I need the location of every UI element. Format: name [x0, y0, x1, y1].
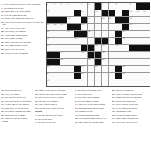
grid-cell[interactable]: 22 — [53, 24, 59, 31]
clue-text: Den for a mountain lion — [4, 14, 26, 16]
clue-text: Spread for warm toast — [115, 100, 135, 102]
grid-cell[interactable]: 43 — [47, 66, 53, 73]
clue-text: Not a single person — [4, 37, 22, 39]
black-cell — [47, 52, 53, 59]
grid-cell[interactable]: 42 — [102, 59, 108, 66]
grid-cell[interactable]: 27 — [67, 31, 73, 38]
grid-cell[interactable] — [122, 3, 128, 10]
clue-item: 47. Meal served in the evening — [35, 96, 72, 99]
grid-cell[interactable] — [67, 79, 73, 86]
clue-text: Fastener for sheets of paper — [37, 114, 62, 116]
black-cell — [136, 45, 142, 52]
clue-text: Not odd, as a number — [38, 100, 58, 102]
black-cell — [115, 73, 121, 80]
cell-number: 10 — [47, 10, 49, 12]
grid-cell[interactable]: 8 — [115, 3, 121, 10]
clue-text: Large deer of the north woods — [77, 103, 105, 105]
grid-cell[interactable] — [95, 17, 101, 24]
grid-cell[interactable]: 48 — [81, 73, 87, 80]
clue-text: Rise and fall of the sea — [4, 96, 25, 98]
down-clues-column-1: 4. Breakfast item from a hen5. Tiny picn… — [75, 89, 110, 149]
crossword-page: 1. Leafy salad green picked early in spr… — [0, 0, 150, 150]
grid-cell[interactable]: 17 — [88, 17, 94, 24]
clue-item: 12. Morning drops on the grass — [75, 107, 110, 110]
clue-item: 3. Not shut all the way — [35, 121, 72, 124]
clue-text: Opposite of old — [78, 110, 92, 112]
grid-cell[interactable] — [88, 24, 94, 31]
grid-cell[interactable] — [102, 73, 108, 80]
grid-cell[interactable]: 50 — [47, 79, 53, 86]
clue-item: 19. Small mat for wiping shoes — [75, 121, 110, 124]
clue-item: 24. Not a single person — [1, 37, 44, 40]
grid-cell[interactable] — [143, 38, 149, 45]
grid-cell[interactable]: 32 — [122, 38, 128, 45]
grid-cell[interactable]: 9 — [129, 3, 135, 10]
cell-number: 3 — [61, 3, 62, 5]
clue-item: 11. Den for a mountain lion — [1, 14, 44, 17]
black-cell — [74, 10, 80, 17]
grid-cell[interactable]: 5 — [81, 3, 87, 10]
cell-number: 41 — [88, 58, 90, 60]
clue-text: Take a seat at the table — [4, 27, 25, 29]
grid-cell[interactable] — [109, 52, 115, 59]
cell-number: 18 — [102, 17, 104, 19]
clue-item: 37. Fellow who is fully grown — [1, 103, 33, 106]
cell-number: 43 — [47, 65, 49, 67]
black-cell — [95, 38, 101, 45]
cell-number: 37 — [61, 51, 63, 53]
grid-cell[interactable] — [88, 66, 94, 73]
grid-cell[interactable]: 15 — [143, 10, 149, 17]
grid-cell[interactable]: 30 — [47, 38, 53, 45]
grid-cell[interactable]: 14 — [136, 10, 142, 17]
cell-number: 19 — [109, 17, 111, 19]
clue-text: Leafy salad green picked early in spring — [3, 3, 40, 5]
grid-cell[interactable] — [88, 73, 94, 80]
black-cell — [47, 59, 53, 66]
grid-cell[interactable] — [136, 73, 142, 80]
grid-cell[interactable]: 13 — [129, 10, 135, 17]
grid-cell[interactable] — [136, 79, 142, 86]
grid-cell[interactable] — [143, 79, 149, 86]
grid-cell[interactable] — [74, 45, 80, 52]
cell-number: 33 — [47, 44, 49, 46]
grid-cell[interactable] — [88, 38, 94, 45]
black-cell — [88, 45, 94, 52]
grid-cell[interactable]: 1 — [47, 3, 53, 10]
grid-cell[interactable]: 6 — [88, 3, 94, 10]
clue-item: 17. Take a seat at the table — [1, 27, 44, 30]
clue-text: Long tale told over many nights — [3, 117, 28, 122]
grid-cell[interactable] — [136, 31, 142, 38]
grid-cell[interactable] — [67, 45, 73, 52]
clue-item: 35. Very warm to the touch — [112, 107, 149, 110]
grid-cell[interactable] — [129, 73, 135, 80]
cell-number: 28 — [88, 30, 90, 32]
clue-item: 29. Spread for warm toast — [112, 100, 149, 103]
grid-cell[interactable]: 49 — [122, 73, 128, 80]
grid-cell[interactable]: 12 — [95, 10, 101, 17]
clue-text: Small mat for wiping shoes — [78, 121, 103, 123]
cell-number: 40 — [61, 58, 63, 60]
clue-item: 13. Sticky stuff found on a pine tree — [1, 17, 44, 20]
clue-item: 41. Honk from a passing car — [112, 117, 149, 120]
clue-item: 4. Breakfast item from a hen — [75, 89, 110, 92]
cell-number: 24 — [81, 23, 83, 25]
grid-cell[interactable]: 24 — [81, 24, 87, 31]
clue-item: 8. Bird that hoots at night — [75, 100, 110, 103]
clue-text: Step inside through the door — [4, 110, 30, 112]
clue-text: Very, very small — [4, 93, 19, 95]
cell-number: 11 — [81, 10, 83, 12]
grid-cell[interactable] — [122, 52, 128, 59]
grid-cell[interactable]: 35 — [102, 45, 108, 52]
grid-cell[interactable] — [143, 59, 149, 66]
grid-cell[interactable]: 20 — [129, 17, 135, 24]
grid-cell[interactable]: 39 — [102, 52, 108, 59]
clue-text: Fellow who is fully grown — [4, 103, 28, 105]
black-cell — [129, 45, 135, 52]
cell-number: 15 — [143, 10, 145, 12]
grid-cell[interactable] — [67, 66, 73, 73]
clue-text: Not shut all the way — [37, 121, 56, 123]
cell-number: 48 — [81, 72, 83, 74]
grid-cell[interactable] — [115, 10, 121, 17]
grid-cell[interactable] — [136, 52, 142, 59]
grid-cell[interactable]: 47 — [47, 73, 53, 80]
cell-number: 1 — [47, 3, 48, 5]
grid-cell[interactable]: 28 — [88, 31, 94, 38]
down-clues-column-2: 22. Big black farm bird23. Track a freig… — [112, 89, 149, 149]
grid-cell[interactable] — [109, 31, 115, 38]
cell-number: 32 — [123, 37, 125, 39]
cell-number: 26 — [47, 30, 49, 32]
cell-number: 9 — [130, 3, 131, 5]
black-cell — [122, 17, 128, 24]
grid-cell[interactable] — [74, 79, 80, 86]
clue-item: 2. Core of an apple — [35, 118, 72, 121]
grid-cell[interactable]: 40 — [60, 59, 66, 66]
cell-number: 38 — [81, 51, 83, 53]
clue-text: Line at the end of a race — [115, 121, 137, 123]
cell-number: 6 — [88, 3, 89, 5]
grid-cell[interactable] — [109, 38, 115, 45]
clue-item: 38. Cry heard from a sheep — [112, 114, 149, 117]
cell-number: 36 — [116, 44, 118, 46]
grid-cell[interactable] — [122, 45, 128, 52]
grid-cell[interactable] — [143, 73, 149, 80]
grid-cell[interactable]: 18 — [102, 17, 108, 24]
clue-text: Fat used in the frying pan — [4, 52, 28, 54]
black-cell — [143, 3, 149, 10]
black-cell — [74, 66, 80, 73]
down-section-header: Down — [35, 110, 72, 113]
grid-cell[interactable]: 23 — [60, 24, 66, 31]
grid-cell[interactable]: 41 — [88, 59, 94, 66]
cell-number: 29 — [123, 30, 125, 32]
cell-number: 7 — [102, 3, 103, 5]
grid-cell[interactable] — [53, 79, 59, 86]
grid-cell[interactable] — [60, 66, 66, 73]
grid-cell[interactable] — [67, 59, 73, 66]
clue-text: Big black farm bird — [115, 89, 133, 91]
grid-cell[interactable] — [122, 59, 128, 66]
cell-number: 34 — [95, 44, 97, 46]
grid-cell[interactable] — [136, 17, 142, 24]
clue-item: 25. Small rug placed by the door — [1, 41, 44, 44]
grid-cell[interactable]: 46 — [122, 66, 128, 73]
grid-cell[interactable] — [95, 24, 101, 31]
black-cell — [81, 45, 87, 52]
grid-cell[interactable]: 34 — [95, 45, 101, 52]
clue-text: Cover carried in the rain — [115, 103, 137, 105]
clue-text: Cry heard from a sheep — [115, 114, 137, 116]
black-cell — [95, 59, 101, 66]
cell-number: 20 — [130, 17, 132, 19]
clue-text: Taking one's time — [115, 110, 131, 112]
grid-cell[interactable] — [115, 52, 121, 59]
grid-cell[interactable] — [109, 3, 115, 10]
grid-cell[interactable] — [53, 31, 59, 38]
black-cell — [115, 31, 121, 38]
grid-cell[interactable] — [143, 31, 149, 38]
grid-cell[interactable]: 3 — [60, 3, 66, 10]
grid-cell[interactable]: 38 — [81, 52, 87, 59]
clue-text: Take a quick look at — [38, 103, 57, 105]
clue-item: 7. Not as much as before — [1, 7, 44, 10]
clue-text: Spoon used for serving soup — [115, 96, 141, 98]
clue-item: 45. Line at the end of a race — [112, 121, 149, 124]
grid-cell[interactable]: 25 — [129, 24, 135, 31]
grid-cell[interactable] — [102, 66, 108, 73]
black-cell — [115, 17, 121, 24]
clue-item: 22. Big black farm bird — [112, 89, 149, 92]
black-cell — [95, 3, 101, 10]
cell-number: 2 — [54, 3, 55, 5]
grid-cell[interactable]: 16 — [67, 17, 73, 24]
grid-cell[interactable] — [67, 10, 73, 17]
grid-cell[interactable] — [53, 38, 59, 45]
grid-cell[interactable] — [122, 79, 128, 86]
grid-cell[interactable] — [95, 79, 101, 86]
grid-cell[interactable] — [109, 24, 115, 31]
cell-number: 8 — [116, 3, 117, 5]
clue-text: Very warm to the touch — [115, 107, 137, 109]
black-cell — [53, 17, 59, 24]
clue-item: 36. Taking one's time — [112, 110, 149, 113]
clue-text: Tiny picnic pest — [77, 93, 92, 95]
grid-cell[interactable] — [67, 52, 73, 59]
grid-cell[interactable] — [53, 45, 59, 52]
grid-cell[interactable] — [136, 66, 142, 73]
clue-text: Beam of morning light — [78, 114, 99, 116]
grid-cell[interactable]: 36 — [115, 45, 121, 52]
cell-number: 39 — [102, 51, 104, 53]
cell-number: 27 — [67, 30, 69, 32]
grid-cell[interactable] — [60, 79, 66, 86]
grid-cell[interactable] — [60, 10, 66, 17]
grid-cell[interactable] — [74, 59, 80, 66]
clue-text: Track a freight train rides on — [115, 93, 141, 95]
grid-cell[interactable] — [129, 31, 135, 38]
across-clues-column-1: 1. Leafy salad green picked early in spr… — [1, 3, 44, 87]
grid-cell[interactable] — [53, 73, 59, 80]
clue-text: Straw hat material — [4, 89, 21, 91]
clue-item: 46. Frozen water on a winter pond — [35, 93, 72, 96]
cell-number: 21 — [47, 23, 49, 25]
grid-cell[interactable]: 4 — [67, 3, 73, 10]
grid-cell[interactable]: 45 — [95, 66, 101, 73]
grid-cell[interactable] — [102, 24, 108, 31]
grid-cell[interactable] — [60, 38, 66, 45]
clue-text: Quick little bite to eat — [4, 48, 24, 50]
grid-cell[interactable] — [81, 79, 87, 86]
cell-number: 14 — [136, 10, 138, 12]
cell-number: 31 — [74, 37, 76, 39]
grid-cell[interactable] — [143, 66, 149, 73]
grid-cell[interactable] — [109, 59, 115, 66]
black-cell — [102, 10, 108, 17]
grid-cell[interactable] — [115, 24, 121, 31]
black-cell — [102, 38, 108, 45]
grid-cell[interactable]: 37 — [60, 52, 66, 59]
grid-cell[interactable] — [74, 3, 80, 10]
grid-cell[interactable] — [60, 45, 66, 52]
clue-text: Bird that hoots at night — [77, 100, 98, 102]
black-cell — [74, 24, 80, 31]
grid-cell[interactable] — [115, 79, 121, 86]
clue-item: 9. Large deer of the north woods — [75, 103, 110, 106]
black-cell — [74, 31, 80, 38]
grid-cell[interactable] — [109, 79, 115, 86]
cell-number: 4 — [67, 3, 68, 5]
grid-cell[interactable] — [88, 79, 94, 86]
grid-cell[interactable] — [95, 31, 101, 38]
grid-cell[interactable]: 44 — [81, 66, 87, 73]
clue-item: 40. Step inside through the door — [1, 110, 33, 113]
clue-text: Wide open, as a mouth — [4, 30, 25, 32]
grid-cell[interactable]: 31 — [74, 38, 80, 45]
clue-item: 32. Very, very small — [1, 93, 33, 96]
clue-text: Deep hole in the ground — [77, 96, 99, 98]
across-clues-column-3-and-down-start: 44. Home a bird builds in spring46. Froz… — [35, 89, 72, 149]
cell-number: 44 — [81, 65, 83, 67]
grid-cell[interactable] — [88, 10, 94, 17]
grid-cell[interactable] — [129, 79, 135, 86]
black-cell — [115, 38, 121, 45]
grid-cell[interactable] — [53, 66, 59, 73]
grid-cell[interactable] — [129, 38, 135, 45]
clue-item: 23. Track a freight train rides on — [112, 93, 149, 96]
clue-text: Pull along behind a truck — [4, 44, 27, 46]
grid-cell[interactable] — [109, 66, 115, 73]
clue-item: 27. Spoon used for serving soup — [112, 96, 149, 99]
grid-cell[interactable] — [136, 38, 142, 45]
clue-text: Honk from a passing car — [115, 117, 138, 119]
grid-cell[interactable] — [67, 38, 73, 45]
grid-cell[interactable]: 21 — [47, 24, 53, 31]
grid-cell[interactable] — [102, 79, 108, 86]
grid-cell[interactable]: 11 — [81, 10, 87, 17]
cell-number: 25 — [130, 23, 132, 25]
grid-cell[interactable]: 33 — [47, 45, 53, 52]
clue-text: Hot drink poured at breakfast — [4, 100, 31, 102]
grid-cell[interactable]: 10 — [47, 10, 53, 17]
grid-cell[interactable] — [129, 52, 135, 59]
clue-item: 33. Rise and fall of the sea — [1, 96, 33, 99]
grid-cell[interactable]: 29 — [122, 31, 128, 38]
clue-text: Frozen water on a winter pond — [38, 93, 66, 95]
black-cell — [122, 10, 128, 17]
grid-cell[interactable] — [136, 24, 142, 31]
cell-number: 45 — [95, 65, 97, 67]
crossword-grid: 1234567891011121314151617181920212223242… — [46, 2, 151, 87]
grid-cell[interactable] — [129, 66, 135, 73]
grid-cell[interactable] — [143, 24, 149, 31]
grid-cell[interactable] — [74, 17, 80, 24]
clue-item: 1. Leafy salad green picked early in spr… — [1, 3, 44, 6]
clue-item: 26. Pull along behind a truck — [1, 44, 44, 47]
cell-number: 12 — [95, 10, 97, 12]
black-cell — [95, 52, 101, 59]
clue-text: Light sandy brown shade — [4, 34, 27, 36]
clue-item: 34. Hot drink poured at breakfast — [1, 100, 33, 103]
grid-cell[interactable] — [81, 38, 87, 45]
grid-cell[interactable] — [115, 59, 121, 66]
cell-number: 42 — [102, 58, 104, 60]
cell-number: 35 — [102, 44, 104, 46]
grid-cell[interactable]: 26 — [47, 31, 53, 38]
clue-item: 20. Wide open, as a mouth — [1, 30, 44, 33]
grid-cell[interactable] — [60, 31, 66, 38]
grid-cell[interactable] — [143, 17, 149, 24]
grid-cell[interactable] — [129, 59, 135, 66]
grid-cell[interactable]: 7 — [102, 3, 108, 10]
cell-number: 46 — [123, 65, 125, 67]
grid-cell[interactable] — [109, 45, 115, 52]
grid-cell[interactable]: 2 — [53, 3, 59, 10]
grid-cell[interactable] — [143, 52, 149, 59]
clue-item: 16. Chilled fruit drink served over ice … — [1, 21, 44, 26]
grid-cell[interactable] — [102, 31, 108, 38]
black-cell — [53, 52, 59, 59]
grid-cell[interactable] — [67, 73, 73, 80]
cell-number: 16 — [67, 17, 69, 19]
black-cell — [60, 17, 66, 24]
grid-cell[interactable] — [53, 10, 59, 17]
black-cell — [67, 24, 73, 31]
clue-text: Morning drops on the grass — [78, 107, 103, 109]
clue-text: Fluid drawn from a maple tree — [78, 117, 106, 119]
grid-cell[interactable] — [136, 59, 142, 66]
cell-number: 30 — [47, 37, 49, 39]
grid-cell[interactable] — [60, 73, 66, 80]
grid-cell[interactable] — [95, 73, 101, 80]
clue-item: 18. Fluid drawn from a maple tree — [75, 117, 110, 120]
clue-item: 21. Light sandy brown shade — [1, 34, 44, 37]
grid-cell[interactable] — [74, 52, 80, 59]
black-cell — [81, 31, 87, 38]
clue-text: Part an actor learns by heart — [38, 107, 64, 109]
clue-text: Chilled fruit drink served over ice on a… — [3, 21, 44, 26]
clue-text: Small rug placed by the door — [4, 41, 31, 43]
grid-cell[interactable]: 19 — [109, 17, 115, 24]
clue-item: 43. Long tale told over many nights — [1, 117, 33, 122]
clue-item: 31. Cover carried in the rain — [112, 103, 149, 106]
grid-cell[interactable] — [81, 59, 87, 66]
grid-cell[interactable] — [109, 73, 115, 80]
black-cell — [143, 45, 149, 52]
